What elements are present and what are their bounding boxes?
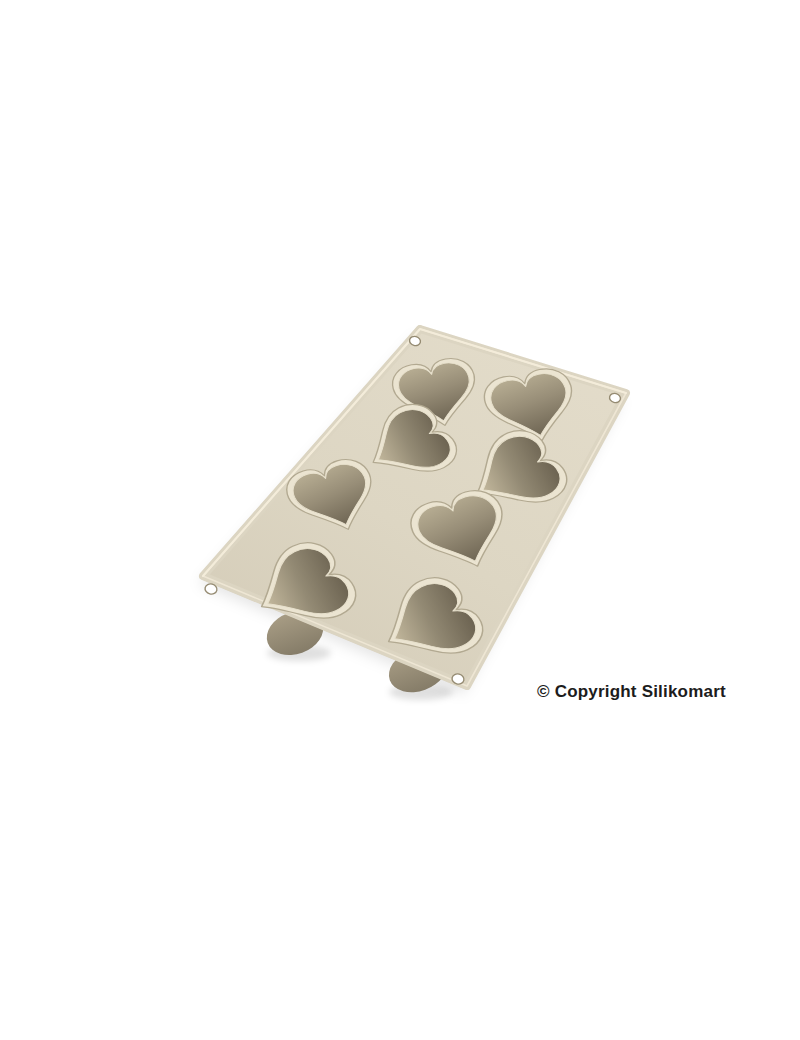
product-image: © Copyright Silikomart	[0, 0, 800, 1040]
mold-photo-svg	[0, 0, 800, 1040]
copyright-text: © Copyright Silikomart	[537, 682, 726, 702]
